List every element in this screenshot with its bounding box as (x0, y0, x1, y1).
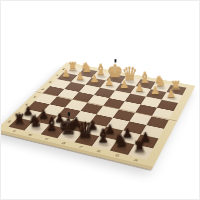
piece-br[interactable]: ♜ (118, 139, 161, 154)
chess-board: ♜♞♝♚♛♝♞♜♟♟♟♟♟♟♟♟♟♟♟♟♟♟♟♟♜♞♝♚♛♝♞♜ зжедгвб… (0, 62, 196, 167)
scene: ♜♞♝♚♛♝♞♜♟♟♟♟♟♟♟♟♟♟♟♟♟♟♟♟♜♞♝♚♛♝♞♜ зжедгвб… (1, 1, 199, 199)
product-photo: ♜♞♝♚♛♝♞♜♟♟♟♟♟♟♟♟♟♟♟♟♟♟♟♟♜♞♝♚♛♝♞♜ зжедгвб… (0, 0, 200, 200)
king-finial (114, 59, 116, 63)
king-finial (67, 112, 69, 116)
piece-wp[interactable]: ♟ (153, 88, 189, 99)
board-grid: ♜♞♝♚♛♝♞♜♟♟♟♟♟♟♟♟♟♟♟♟♟♟♟♟♜♞♝♚♛♝♞♜ (9, 66, 187, 159)
